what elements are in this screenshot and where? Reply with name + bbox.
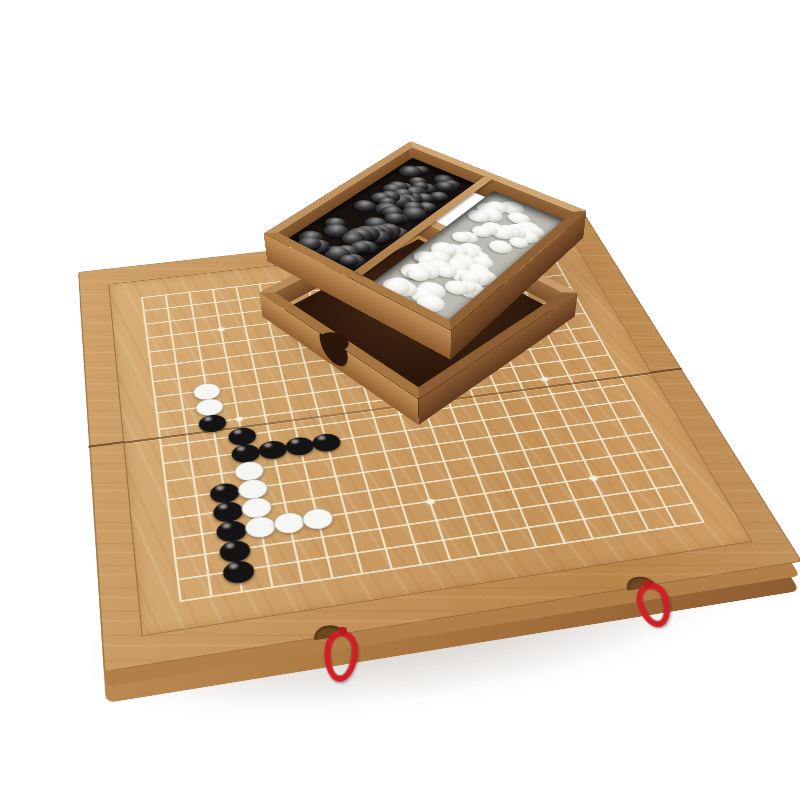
black-stone[interactable]: ● [209, 495, 247, 525]
star-point [217, 327, 224, 331]
black-stone[interactable]: ● [307, 428, 345, 455]
star-point [540, 376, 549, 381]
grid-line-horizontal [164, 415, 644, 482]
product-photo-stage: ●●●●●●●●●●●●●●●●●●● [0, 0, 800, 800]
grid-line-horizontal [177, 502, 694, 580]
white-stone[interactable]: ● [237, 491, 275, 521]
grid-line-vertical [165, 294, 213, 597]
white-stone[interactable]: ● [269, 506, 309, 537]
white-stone[interactable]: ● [298, 502, 338, 533]
black-stone[interactable]: ● [254, 435, 291, 462]
white-stone[interactable]: ● [241, 510, 280, 541]
white-stone[interactable]: ● [230, 455, 267, 483]
black-stone[interactable]: ● [281, 431, 318, 458]
fold-seam-left [88, 441, 123, 448]
grid-line-vertical [188, 292, 243, 593]
star-point [256, 523, 265, 529]
black-stone[interactable]: ● [206, 477, 243, 506]
grid-line-horizontal [174, 484, 683, 560]
grid-line-vertical [141, 297, 182, 602]
grid-line-horizontal [167, 431, 654, 500]
black-stone[interactable]: ● [227, 438, 264, 466]
black-stone[interactable]: ● [195, 409, 230, 435]
grid-line-vertical [212, 289, 274, 588]
fold-seam-right [651, 368, 682, 374]
white-stone[interactable]: ● [234, 473, 272, 502]
star-point [235, 416, 243, 421]
white-stone[interactable]: ● [190, 378, 224, 403]
black-stone[interactable]: ● [212, 514, 251, 545]
black-stone[interactable]: ● [215, 533, 254, 565]
white-stone[interactable]: ● [192, 393, 227, 418]
grid-line-horizontal [171, 466, 673, 540]
star-point [588, 475, 598, 481]
black-stone[interactable]: ● [218, 553, 258, 586]
star-point [425, 498, 434, 504]
black-stone[interactable]: ● [224, 422, 260, 449]
grid-line-horizontal [169, 448, 664, 519]
